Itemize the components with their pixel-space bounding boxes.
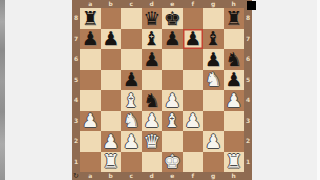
- white-rook: ♜: [102, 152, 119, 171]
- white-queen: ♛: [143, 132, 160, 151]
- file-label-c: c: [121, 172, 142, 180]
- white-pawn: ♟: [225, 91, 242, 110]
- square-e7[interactable]: ♟: [162, 29, 183, 50]
- square-h8[interactable]: ♜: [224, 8, 245, 29]
- square-g3[interactable]: [203, 111, 224, 132]
- black-pawn: ♟: [184, 29, 201, 48]
- square-f2[interactable]: [183, 131, 204, 152]
- white-king: ♚: [164, 152, 181, 171]
- black-pawn: ♟: [164, 29, 181, 48]
- black-pawn: ♟: [82, 29, 99, 48]
- square-e5[interactable]: [162, 70, 183, 91]
- black-knight: ♞: [143, 91, 160, 110]
- file-label-b: b: [101, 172, 122, 180]
- file-label-h: h: [224, 172, 245, 180]
- square-g1[interactable]: [203, 152, 224, 173]
- square-f7[interactable]: ♟: [183, 29, 204, 50]
- rank-label-4: 4: [244, 90, 252, 111]
- rank-label-1: 1: [244, 152, 252, 173]
- rank-label-1: 1: [72, 152, 80, 173]
- rank-label-7: 7: [72, 29, 80, 50]
- file-label-f: f: [183, 0, 204, 8]
- square-c3[interactable]: ♞: [121, 111, 142, 132]
- rank-label-6: 6: [72, 49, 80, 70]
- file-label-b: b: [101, 0, 122, 8]
- square-e2[interactable]: [162, 131, 183, 152]
- square-c2[interactable]: ♟: [121, 131, 142, 152]
- square-d2[interactable]: ♛: [142, 131, 163, 152]
- rank-label-2: 2: [72, 131, 80, 152]
- white-bishop: ♝: [164, 111, 181, 130]
- chess-board: abcdefgh 87654321 ♜♛♚♜♟♟♝♟♟♝♟♟♞♟♞♟♝♞♟♟♟♞…: [72, 0, 252, 180]
- square-e8[interactable]: ♚: [162, 8, 183, 29]
- black-knight: ♞: [225, 50, 242, 69]
- square-c1[interactable]: [121, 152, 142, 173]
- square-b4[interactable]: [101, 90, 122, 111]
- rank-label-3: 3: [244, 111, 252, 132]
- flip-board-icon[interactable]: ↻: [72, 172, 80, 180]
- file-label-c: c: [121, 0, 142, 8]
- white-pawn: ♟: [123, 132, 140, 151]
- board-corner-br: [244, 172, 252, 180]
- square-f3[interactable]: ♟: [183, 111, 204, 132]
- black-queen: ♛: [143, 9, 160, 28]
- rank-label-7: 7: [244, 29, 252, 50]
- square-h2[interactable]: [224, 131, 245, 152]
- square-a7[interactable]: ♟: [80, 29, 101, 50]
- square-b3[interactable]: [101, 111, 122, 132]
- square-h3[interactable]: [224, 111, 245, 132]
- file-label-g: g: [203, 0, 224, 8]
- square-c7[interactable]: [121, 29, 142, 50]
- square-f6[interactable]: [183, 49, 204, 70]
- file-labels-top: abcdefgh: [80, 0, 244, 8]
- square-c4[interactable]: ♝: [121, 90, 142, 111]
- square-f1[interactable]: [183, 152, 204, 173]
- square-a8[interactable]: ♜: [80, 8, 101, 29]
- black-pawn: ♟: [205, 50, 222, 69]
- white-pawn: ♟: [205, 132, 222, 151]
- rank-label-5: 5: [244, 70, 252, 91]
- white-pawn: ♟: [164, 91, 181, 110]
- file-label-e: e: [162, 172, 183, 180]
- file-label-d: d: [142, 172, 163, 180]
- board-corner-bl: ↻: [72, 172, 80, 180]
- square-e6[interactable]: [162, 49, 183, 70]
- black-pawn: ♟: [143, 50, 160, 69]
- white-rook: ♜: [225, 152, 242, 171]
- square-d5[interactable]: [142, 70, 163, 91]
- rank-label-6: 6: [244, 49, 252, 70]
- file-labels-bottom: abcdefgh: [80, 172, 244, 180]
- black-rook: ♜: [82, 9, 99, 28]
- black-rook: ♜: [225, 9, 242, 28]
- square-a4[interactable]: [80, 90, 101, 111]
- black-bishop: ♝: [143, 29, 160, 48]
- square-a2[interactable]: [80, 131, 101, 152]
- square-g5[interactable]: ♞: [203, 70, 224, 91]
- square-h1[interactable]: ♜: [224, 152, 245, 173]
- square-a6[interactable]: [80, 49, 101, 70]
- square-b7[interactable]: ♟: [101, 29, 122, 50]
- square-f8[interactable]: [183, 8, 204, 29]
- square-d6[interactable]: ♟: [142, 49, 163, 70]
- square-b1[interactable]: ♜: [101, 152, 122, 173]
- black-pawn: ♟: [123, 70, 140, 89]
- square-d1[interactable]: [142, 152, 163, 173]
- square-h6[interactable]: ♞: [224, 49, 245, 70]
- square-c6[interactable]: [121, 49, 142, 70]
- white-bishop: ♝: [123, 91, 140, 110]
- square-c8[interactable]: [121, 8, 142, 29]
- rank-label-3: 3: [72, 111, 80, 132]
- square-a1[interactable]: [80, 152, 101, 173]
- rank-labels-left: 87654321: [72, 8, 80, 172]
- rank-label-4: 4: [72, 90, 80, 111]
- square-h7[interactable]: [224, 29, 245, 50]
- square-b8[interactable]: [101, 8, 122, 29]
- square-a5[interactable]: [80, 70, 101, 91]
- square-g7[interactable]: ♝: [203, 29, 224, 50]
- rank-label-5: 5: [72, 70, 80, 91]
- board-corner-tl: [72, 0, 80, 8]
- square-e4[interactable]: ♟: [162, 90, 183, 111]
- square-d7[interactable]: ♝: [142, 29, 163, 50]
- black-pawn: ♟: [102, 29, 119, 48]
- square-a3[interactable]: ♟: [80, 111, 101, 132]
- square-d8[interactable]: ♛: [142, 8, 163, 29]
- white-knight: ♞: [205, 70, 222, 89]
- white-pawn: ♟: [184, 111, 201, 130]
- square-h4[interactable]: ♟: [224, 90, 245, 111]
- square-d3[interactable]: ♟: [142, 111, 163, 132]
- square-g4[interactable]: [203, 90, 224, 111]
- rank-labels-right: 87654321: [244, 8, 252, 172]
- white-knight: ♞: [123, 111, 140, 130]
- white-pawn: ♟: [143, 111, 160, 130]
- square-b2[interactable]: ♟: [101, 131, 122, 152]
- black-pawn: ♟: [225, 70, 242, 89]
- square-h5[interactable]: ♟: [224, 70, 245, 91]
- square-f4[interactable]: [183, 90, 204, 111]
- square-g8[interactable]: [203, 8, 224, 29]
- square-d4[interactable]: ♞: [142, 90, 163, 111]
- file-label-a: a: [80, 172, 101, 180]
- square-e1[interactable]: ♚: [162, 152, 183, 173]
- black-bishop: ♝: [205, 29, 222, 48]
- square-e3[interactable]: ♝: [162, 111, 183, 132]
- square-b6[interactable]: [101, 49, 122, 70]
- white-pawn: ♟: [82, 111, 99, 130]
- file-label-f: f: [183, 172, 204, 180]
- black-to-move-indicator: [247, 1, 256, 10]
- white-pawn: ♟: [102, 132, 119, 151]
- rank-label-2: 2: [244, 131, 252, 152]
- square-f5[interactable]: [183, 70, 204, 91]
- square-g6[interactable]: ♟: [203, 49, 224, 70]
- square-g2[interactable]: ♟: [203, 131, 224, 152]
- rank-label-8: 8: [244, 8, 252, 29]
- rank-label-8: 8: [72, 8, 80, 29]
- board-squares: ♜♛♚♜♟♟♝♟♟♝♟♟♞♟♞♟♝♞♟♟♟♞♟♝♟♟♟♛♟♜♚♜: [80, 8, 244, 172]
- square-b5[interactable]: [101, 70, 122, 91]
- black-king: ♚: [164, 9, 181, 28]
- file-label-g: g: [203, 172, 224, 180]
- page-left-scroll-strip: [0, 0, 5, 180]
- square-c5[interactable]: ♟: [121, 70, 142, 91]
